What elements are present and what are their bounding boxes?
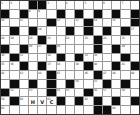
cell-r1-c3[interactable] — [20, 1, 28, 9]
block-cell-r6-c3 — [20, 45, 28, 53]
cell-r1-c12[interactable]: 6 — [103, 1, 111, 9]
clue-number: 17 — [131, 27, 134, 31]
clue-number: 10 — [1, 19, 4, 23]
cell-r4-c15[interactable]: 17 — [131, 27, 139, 35]
cell-r7-c4[interactable] — [29, 54, 37, 62]
cell-r9-c9[interactable] — [75, 71, 83, 79]
clue-number: 18 — [1, 36, 4, 40]
cell-r2-c2[interactable] — [10, 10, 18, 18]
block-cell-r1-c4 — [29, 1, 37, 9]
block-cell-r1-c5 — [38, 1, 46, 9]
cell-r5-c9[interactable] — [75, 36, 83, 44]
cell-r10-c3[interactable] — [20, 80, 28, 88]
clue-number: 52 — [10, 89, 13, 93]
cell-r4-c13[interactable] — [112, 27, 120, 35]
block-cell-r4-c4 — [29, 27, 37, 35]
cell-r6-c5[interactable]: 27 — [38, 45, 46, 53]
cell-r10-c7[interactable] — [57, 80, 65, 88]
cell-r7-c6[interactable]: 32 — [47, 54, 55, 62]
clue-number: 25 — [121, 36, 124, 40]
block-cell-r12-c9 — [75, 97, 83, 105]
block-cell-r2-c11 — [94, 10, 102, 18]
clue-number: 45 — [57, 71, 60, 75]
block-cell-r3-c15 — [131, 19, 139, 27]
cell-r2-c14[interactable] — [121, 10, 129, 18]
clue-number: 48 — [112, 71, 115, 75]
block-cell-r10-c4 — [29, 80, 37, 88]
cell-r11-c11[interactable]: 56 — [94, 89, 102, 97]
block-cell-r9-c11 — [94, 71, 102, 79]
cell-r5-c1[interactable]: 18 — [1, 36, 9, 44]
block-cell-r8-c3 — [20, 62, 28, 70]
cell-r13-c9[interactable] — [75, 106, 83, 114]
cell-r5-c2[interactable]: 19 — [10, 36, 18, 44]
block-cell-r10-c6 — [47, 80, 55, 88]
cell-r13-c13[interactable]: 64 — [112, 106, 120, 114]
clue-number: 4 — [66, 1, 68, 5]
clue-number: 32 — [47, 54, 50, 58]
cell-r2-c12[interactable] — [103, 10, 111, 18]
cell-r8-c12[interactable] — [103, 62, 111, 70]
block-cell-r8-c15 — [131, 62, 139, 70]
cell-r6-c12[interactable] — [103, 45, 111, 53]
clue-number: 1 — [1, 1, 3, 5]
crossword-grid: 1234567891011121314151617181920212223242… — [0, 0, 140, 115]
cell-r3-c12[interactable] — [103, 19, 111, 27]
cell-r9-c10[interactable]: 46 — [84, 71, 92, 79]
clue-number: 64 — [112, 106, 115, 110]
cell-r3-c4[interactable] — [29, 19, 37, 27]
cell-r3-c9[interactable]: 13 — [75, 19, 83, 27]
cell-r13-c5[interactable] — [38, 106, 46, 114]
clue-number: 42 — [1, 71, 4, 75]
block-cell-r12-c11 — [94, 97, 102, 105]
clue-number: 5 — [84, 1, 86, 5]
cell-r10-c9[interactable]: 50 — [75, 80, 83, 88]
clue-number: 36 — [10, 62, 13, 66]
block-cell-r3-c6 — [47, 19, 55, 27]
cell-r8-c4[interactable] — [29, 62, 37, 70]
cell-r5-c4[interactable]: 20 — [29, 36, 37, 44]
block-cell-r7-c9 — [75, 54, 83, 62]
cell-r11-c8[interactable]: 55 — [66, 89, 74, 97]
cell-r11-c7[interactable]: 54 — [57, 89, 65, 97]
block-cell-r13-c11 — [94, 106, 102, 114]
cell-r4-c3[interactable] — [20, 27, 28, 35]
cell-r6-c10[interactable] — [84, 45, 92, 53]
clue-number: 62 — [84, 97, 87, 101]
cell-r7-c3[interactable]: 31 — [20, 54, 28, 62]
cell-r11-c12[interactable]: 57 — [103, 89, 111, 97]
cell-r5-c15[interactable] — [131, 36, 139, 44]
cell-r2-c4[interactable]: 8 — [29, 10, 37, 18]
block-cell-r6-c1 — [1, 45, 9, 53]
cell-r12-c12[interactable] — [103, 97, 111, 105]
block-cell-r6-c11 — [94, 45, 102, 53]
cell-r11-c3[interactable] — [20, 89, 28, 97]
clue-number: 24 — [103, 36, 106, 40]
cell-letter: H — [29, 97, 37, 105]
cell-r12-c6[interactable]: 61C — [47, 97, 55, 105]
cell-r10-c10[interactable] — [84, 80, 92, 88]
clue-number: 37 — [47, 62, 50, 66]
cell-r9-c12[interactable]: 47 — [103, 71, 111, 79]
block-cell-r4-c8 — [66, 27, 74, 35]
cell-r8-c6[interactable]: 37 — [47, 62, 55, 70]
block-cell-r8-c5 — [38, 62, 46, 70]
cell-r1-c2[interactable]: 2 — [10, 1, 18, 9]
cell-r6-c8[interactable] — [66, 45, 74, 53]
cell-r13-c1[interactable]: 63 — [1, 106, 9, 114]
clue-number: 7 — [121, 1, 123, 5]
cell-r12-c3[interactable]: 60 — [20, 97, 28, 105]
cell-r4-c11[interactable] — [94, 27, 102, 35]
clue-number: 41 — [121, 62, 124, 66]
block-cell-r2-c3 — [20, 10, 28, 18]
cell-r9-c15[interactable]: 49 — [131, 71, 139, 79]
clue-number: 12 — [57, 19, 60, 23]
clue-number: 47 — [103, 71, 106, 75]
cell-r7-c13[interactable] — [112, 54, 120, 62]
cell-r5-c7[interactable] — [57, 36, 65, 44]
cell-r10-c5[interactable] — [38, 80, 46, 88]
cell-r6-c2[interactable] — [10, 45, 18, 53]
cell-r4-c1[interactable] — [1, 27, 9, 35]
cell-r12-c5[interactable]: V — [38, 97, 46, 105]
cell-r13-c4[interactable] — [29, 106, 37, 114]
cell-r6-c7[interactable]: 28 — [57, 45, 65, 53]
clue-number: 30 — [1, 54, 4, 58]
clue-number: 63 — [1, 106, 4, 110]
block-cell-r6-c13 — [112, 45, 120, 53]
cell-r8-c9[interactable]: 39 — [75, 62, 83, 70]
cell-r1-c9[interactable] — [75, 1, 83, 9]
cell-r11-c14[interactable]: 58 — [121, 89, 129, 97]
cell-r13-c14[interactable] — [121, 106, 129, 114]
cell-r5-c3[interactable] — [20, 36, 28, 44]
cell-letter: C — [47, 97, 55, 105]
cell-r2-c8[interactable] — [66, 10, 74, 18]
cell-r3-c7[interactable]: 12 — [57, 19, 65, 27]
cell-r10-c13[interactable] — [112, 80, 120, 88]
block-cell-r11-c6 — [47, 89, 55, 97]
cell-r8-c7[interactable]: 38 — [57, 62, 65, 70]
cell-r1-c11[interactable] — [94, 1, 102, 9]
cell-r3-c5[interactable] — [38, 19, 46, 27]
cell-r1-c6[interactable]: 3 — [47, 1, 55, 9]
cell-r1-c15[interactable] — [131, 1, 139, 9]
clue-number: 44 — [38, 71, 41, 75]
clue-number: 15 — [112, 19, 115, 23]
cell-r2-c6[interactable] — [47, 10, 55, 18]
clue-number: 22 — [66, 36, 69, 40]
block-cell-r10-c2 — [10, 80, 18, 88]
block-cell-r7-c14 — [121, 54, 129, 62]
cell-r7-c15[interactable] — [131, 54, 139, 62]
cell-r11-c9[interactable] — [75, 89, 83, 97]
cell-r3-c1[interactable]: 10 — [1, 19, 9, 27]
clue-number: 59 — [1, 97, 4, 101]
cell-r11-c15[interactable] — [131, 89, 139, 97]
block-cell-r2-c7 — [57, 10, 65, 18]
cell-r4-c6[interactable] — [47, 27, 55, 35]
block-cell-r12-c13 — [112, 97, 120, 105]
cell-r11-c4[interactable]: 53 — [29, 89, 37, 97]
clue-number: 46 — [84, 71, 87, 75]
clue-number: 57 — [103, 89, 106, 93]
clue-number: 56 — [94, 89, 97, 93]
clue-number: 9 — [38, 10, 40, 14]
cell-r12-c14[interactable] — [121, 97, 129, 105]
cell-r9-c1[interactable]: 42 — [1, 71, 9, 79]
cell-r9-c3[interactable]: 43 — [20, 71, 28, 79]
cell-r1-c10[interactable]: 5 — [84, 1, 92, 9]
cell-r10-c1[interactable] — [1, 80, 9, 88]
cell-r11-c5[interactable] — [38, 89, 46, 97]
cell-r7-c10[interactable]: 33 — [84, 54, 92, 62]
block-cell-r13-c12 — [103, 106, 111, 114]
cell-r9-c4[interactable] — [29, 71, 37, 79]
clue-number: 49 — [131, 71, 134, 75]
block-cell-r4-c10 — [84, 27, 92, 35]
clue-number: 27 — [38, 45, 41, 49]
cell-r13-c7[interactable] — [57, 106, 65, 114]
clue-number: 28 — [57, 45, 60, 49]
cell-r6-c15[interactable] — [131, 45, 139, 53]
cell-r10-c15[interactable] — [131, 80, 139, 88]
cell-r6-c9[interactable] — [75, 45, 83, 53]
block-cell-r2-c15 — [131, 10, 139, 18]
cell-r3-c3[interactable]: 11 — [20, 19, 28, 27]
cell-r2-c5[interactable]: 9 — [38, 10, 46, 18]
cell-r9-c7[interactable]: 45 — [57, 71, 65, 79]
clue-number: 19 — [10, 36, 13, 40]
cell-r9-c14[interactable] — [121, 71, 129, 79]
clue-number: 31 — [20, 54, 23, 58]
clue-number: 38 — [57, 62, 60, 66]
cell-r8-c8[interactable] — [66, 62, 74, 70]
cell-r8-c1[interactable]: 35 — [1, 62, 9, 70]
block-cell-r6-c6 — [47, 45, 55, 53]
cell-r5-c10[interactable]: 23 — [84, 36, 92, 44]
block-cell-r10-c8 — [66, 80, 74, 88]
cell-r1-c1[interactable]: 1 — [1, 1, 9, 9]
block-cell-r5-c5 — [38, 36, 46, 44]
block-cell-r8-c13 — [112, 62, 120, 70]
cell-r12-c10[interactable]: 62 — [84, 97, 92, 105]
clue-number: 11 — [20, 19, 23, 23]
block-cell-r9-c6 — [47, 71, 55, 79]
cell-r9-c13[interactable]: 48 — [112, 71, 120, 79]
block-cell-r4-c12 — [103, 27, 111, 35]
cell-r8-c11[interactable]: 40 — [94, 62, 102, 70]
block-cell-r2-c9 — [75, 10, 83, 18]
clue-number: 23 — [84, 36, 87, 40]
block-cell-r7-c7 — [57, 54, 65, 62]
clue-number: 53 — [29, 89, 32, 93]
block-cell-r2-c13 — [112, 10, 120, 18]
block-cell-r8-c10 — [84, 62, 92, 70]
cell-r7-c12[interactable] — [103, 54, 111, 62]
cell-r4-c5[interactable]: 16 — [38, 27, 46, 35]
cell-r5-c13[interactable] — [112, 36, 120, 44]
cell-r13-c6[interactable] — [47, 106, 55, 114]
clue-number: 21 — [47, 36, 50, 40]
cell-r5-c8[interactable]: 22 — [66, 36, 74, 44]
cell-r13-c10[interactable] — [84, 106, 92, 114]
cell-r6-c4[interactable]: 26 — [29, 45, 37, 53]
cell-r11-c13[interactable] — [112, 89, 120, 97]
clue-number: 16 — [38, 27, 41, 31]
cell-r13-c2[interactable] — [10, 106, 18, 114]
clue-number: 2 — [10, 1, 12, 5]
cell-r5-c14[interactable]: 25 — [121, 36, 129, 44]
clue-number: 60 — [20, 97, 23, 101]
cell-r2-c10[interactable] — [84, 10, 92, 18]
cell-r1-c7[interactable] — [57, 1, 65, 9]
cell-r7-c11[interactable]: 34 — [94, 54, 102, 62]
clue-number: 13 — [75, 19, 78, 23]
block-cell-r4-c2 — [10, 27, 18, 35]
cell-letter: V — [38, 97, 46, 105]
cell-r1-c8[interactable]: 4 — [66, 1, 74, 9]
cell-r8-c14[interactable]: 41 — [121, 62, 129, 70]
cell-r6-c14[interactable]: 29 — [121, 45, 129, 53]
clue-number: 33 — [84, 54, 87, 58]
clue-number: 8 — [29, 10, 31, 14]
cell-r9-c2[interactable] — [10, 71, 18, 79]
cell-r11-c2[interactable]: 52 — [10, 89, 18, 97]
cell-r13-c15[interactable] — [131, 106, 139, 114]
cell-r7-c1[interactable]: 30 — [1, 54, 9, 62]
cell-r3-c2[interactable] — [10, 19, 18, 27]
clue-number: 3 — [47, 1, 49, 5]
block-cell-r11-c1 — [1, 89, 9, 97]
cell-r9-c8[interactable] — [66, 71, 74, 79]
clue-number: 26 — [29, 45, 32, 49]
clue-number: 54 — [57, 89, 60, 93]
block-cell-r10-c14 — [121, 80, 129, 88]
clue-number: 58 — [121, 89, 124, 93]
cell-r3-c14[interactable] — [121, 19, 129, 27]
cell-r1-c14[interactable]: 7 — [121, 1, 129, 9]
cell-r1-c13[interactable] — [112, 1, 120, 9]
cell-r12-c4[interactable]: H — [29, 97, 37, 105]
block-cell-r12-c2 — [10, 97, 18, 105]
cell-r7-c5[interactable] — [38, 54, 46, 62]
cell-r10-c11[interactable]: 51 — [94, 80, 102, 88]
cell-r7-c8[interactable] — [66, 54, 74, 62]
block-cell-r4-c14 — [121, 27, 129, 35]
cell-r5-c6[interactable]: 21 — [47, 36, 55, 44]
cell-r4-c7[interactable] — [57, 27, 65, 35]
clue-number: 6 — [103, 1, 105, 5]
clue-number: 50 — [75, 80, 78, 84]
cell-r9-c5[interactable]: 44 — [38, 71, 46, 79]
cell-r12-c1[interactable]: 59 — [1, 97, 9, 105]
clue-number: 20 — [29, 36, 32, 40]
clue-number: 43 — [20, 71, 23, 75]
cell-r3-c13[interactable]: 15 — [112, 19, 120, 27]
block-cell-r12-c15 — [131, 97, 139, 105]
cell-r3-c11[interactable]: 14 — [94, 19, 102, 27]
block-cell-r11-c10 — [84, 89, 92, 97]
clue-number: 35 — [1, 62, 4, 66]
cell-r8-c2[interactable]: 36 — [10, 62, 18, 70]
cell-r5-c12[interactable]: 24 — [103, 36, 111, 44]
cell-r4-c9[interactable] — [75, 27, 83, 35]
cell-r12-c8[interactable] — [66, 97, 74, 105]
clue-number: 51 — [94, 80, 97, 84]
block-cell-r7-c2 — [10, 54, 18, 62]
crossword-page: 1234567891011121314151617181920212223242… — [0, 0, 140, 115]
clue-number: 55 — [66, 89, 69, 93]
block-cell-r5-c11 — [94, 36, 102, 44]
block-cell-r2-c1 — [1, 10, 9, 18]
cell-r13-c3[interactable] — [20, 106, 28, 114]
clue-number: 39 — [75, 62, 78, 66]
block-cell-r10-c12 — [103, 80, 111, 88]
clue-number: 14 — [94, 19, 97, 23]
block-cell-r12-c7 — [57, 97, 65, 105]
cell-r13-c8[interactable] — [66, 106, 74, 114]
clue-number: 29 — [121, 45, 124, 49]
clue-number: 40 — [94, 62, 97, 66]
clue-number: 34 — [94, 54, 97, 58]
block-cell-r3-c10 — [84, 19, 92, 27]
cell-r3-c8[interactable] — [66, 19, 74, 27]
